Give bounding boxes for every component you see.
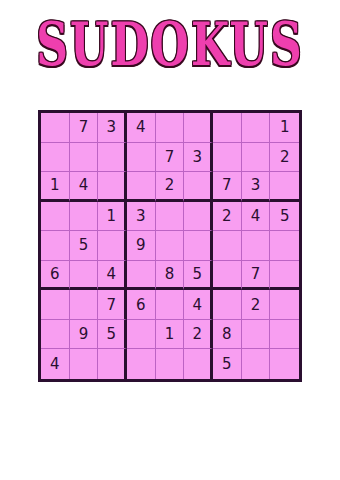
cell-r1c9[interactable]: 1 — [270, 113, 299, 143]
cell-r7c1[interactable] — [41, 290, 70, 320]
cell-r5c9[interactable] — [270, 231, 299, 261]
cell-r4c1[interactable] — [41, 202, 70, 232]
cell-r2c9[interactable]: 2 — [270, 143, 299, 173]
cell-r2c5[interactable]: 7 — [156, 143, 185, 173]
cell-r8c1[interactable] — [41, 320, 70, 350]
cell-r2c7[interactable] — [213, 143, 242, 173]
cell-r4c3[interactable]: 1 — [98, 202, 127, 232]
cell-r2c3[interactable] — [98, 143, 127, 173]
cell-r4c9[interactable]: 5 — [270, 202, 299, 232]
cell-r2c2[interactable] — [70, 143, 99, 173]
cell-r5c7[interactable] — [213, 231, 242, 261]
cell-r3c5[interactable]: 2 — [156, 172, 185, 202]
cell-r3c3[interactable] — [98, 172, 127, 202]
cell-r1c1[interactable] — [41, 113, 70, 143]
cell-r6c4[interactable] — [127, 261, 156, 291]
cell-r9c5[interactable] — [156, 349, 185, 379]
cell-r4c2[interactable] — [70, 202, 99, 232]
cell-r9c3[interactable] — [98, 349, 127, 379]
page-title: SUDOKUS — [0, 10, 340, 79]
cell-r1c2[interactable]: 7 — [70, 113, 99, 143]
cell-r9c6[interactable] — [184, 349, 213, 379]
cell-r7c4[interactable]: 6 — [127, 290, 156, 320]
cell-r6c3[interactable]: 4 — [98, 261, 127, 291]
cell-r8c7[interactable]: 8 — [213, 320, 242, 350]
cell-r3c9[interactable] — [270, 172, 299, 202]
cell-r9c9[interactable] — [270, 349, 299, 379]
cell-r3c1[interactable]: 1 — [41, 172, 70, 202]
cell-r6c7[interactable] — [213, 261, 242, 291]
cell-r8c5[interactable]: 1 — [156, 320, 185, 350]
cell-r4c4[interactable]: 3 — [127, 202, 156, 232]
cell-r9c4[interactable] — [127, 349, 156, 379]
cell-r1c8[interactable] — [242, 113, 271, 143]
cell-r7c8[interactable]: 2 — [242, 290, 271, 320]
cell-r5c8[interactable] — [242, 231, 271, 261]
cell-r8c9[interactable] — [270, 320, 299, 350]
cell-r4c6[interactable] — [184, 202, 213, 232]
cell-r4c8[interactable]: 4 — [242, 202, 271, 232]
cell-r6c5[interactable]: 8 — [156, 261, 185, 291]
cell-r3c6[interactable] — [184, 172, 213, 202]
cell-r3c2[interactable]: 4 — [70, 172, 99, 202]
cell-r8c3[interactable]: 5 — [98, 320, 127, 350]
cell-r6c2[interactable] — [70, 261, 99, 291]
cell-r4c5[interactable] — [156, 202, 185, 232]
cell-r9c7[interactable]: 5 — [213, 349, 242, 379]
cell-r6c6[interactable]: 5 — [184, 261, 213, 291]
cell-r3c8[interactable]: 3 — [242, 172, 271, 202]
cell-r8c8[interactable] — [242, 320, 271, 350]
cell-r7c9[interactable] — [270, 290, 299, 320]
cell-r1c4[interactable]: 4 — [127, 113, 156, 143]
cell-r8c6[interactable]: 2 — [184, 320, 213, 350]
cell-r1c3[interactable]: 3 — [98, 113, 127, 143]
cell-r1c5[interactable] — [156, 113, 185, 143]
cell-r8c4[interactable] — [127, 320, 156, 350]
cell-r9c2[interactable] — [70, 349, 99, 379]
cell-r6c1[interactable]: 6 — [41, 261, 70, 291]
cell-r3c4[interactable] — [127, 172, 156, 202]
cell-r2c4[interactable] — [127, 143, 156, 173]
cell-r5c3[interactable] — [98, 231, 127, 261]
cell-r2c8[interactable] — [242, 143, 271, 173]
cell-r5c4[interactable]: 9 — [127, 231, 156, 261]
cell-r7c5[interactable] — [156, 290, 185, 320]
sudoku-grid: 73417321427313245596485776429512845 — [38, 110, 302, 382]
cell-r9c8[interactable] — [242, 349, 271, 379]
cell-r2c6[interactable]: 3 — [184, 143, 213, 173]
cell-r5c1[interactable] — [41, 231, 70, 261]
cell-r7c3[interactable]: 7 — [98, 290, 127, 320]
cell-r5c5[interactable] — [156, 231, 185, 261]
cell-r4c7[interactable]: 2 — [213, 202, 242, 232]
cell-r7c2[interactable] — [70, 290, 99, 320]
cell-r5c2[interactable]: 5 — [70, 231, 99, 261]
cell-r6c9[interactable] — [270, 261, 299, 291]
cell-r6c8[interactable]: 7 — [242, 261, 271, 291]
cell-r2c1[interactable] — [41, 143, 70, 173]
cell-r3c7[interactable]: 7 — [213, 172, 242, 202]
cell-r8c2[interactable]: 9 — [70, 320, 99, 350]
cell-r7c6[interactable]: 4 — [184, 290, 213, 320]
cell-r1c7[interactable] — [213, 113, 242, 143]
cell-r9c1[interactable]: 4 — [41, 349, 70, 379]
cell-r7c7[interactable] — [213, 290, 242, 320]
cell-r1c6[interactable] — [184, 113, 213, 143]
cell-r5c6[interactable] — [184, 231, 213, 261]
